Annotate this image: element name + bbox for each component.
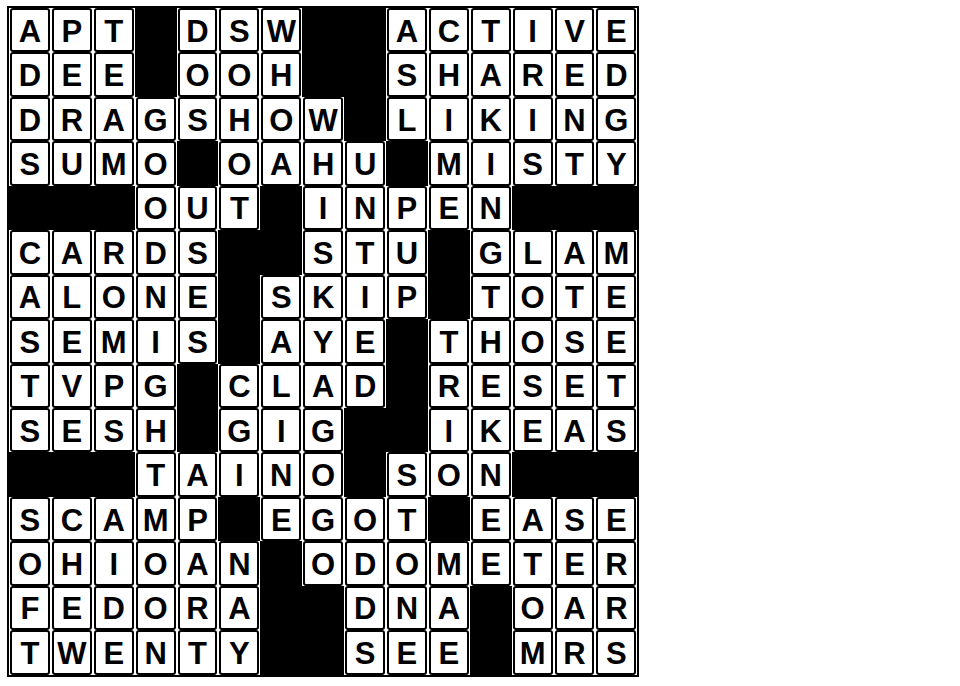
cell-r14c4[interactable]: O [136,586,176,630]
cell-r2c6[interactable]: O [219,52,259,96]
cell-letter: A [103,504,125,535]
cell-r5c6[interactable]: T [219,186,259,230]
block-r5c1 [9,186,51,230]
cell-r1c11[interactable]: C [429,8,469,52]
cell-r11c4[interactable]: T [136,452,176,496]
cell-r3c3[interactable]: A [94,97,134,141]
cell-letter: N [354,193,376,224]
cell-r10c15[interactable]: S [596,408,636,452]
cell-r9c1[interactable]: T [10,364,50,408]
cell-r4c7[interactable]: A [261,141,301,185]
cell-r4c1[interactable]: S [10,141,50,185]
cell-letter: P [397,193,418,224]
cell-r13c9[interactable]: D [345,541,385,585]
cell-r15c5[interactable]: T [178,630,218,674]
cell-letter: P [187,504,208,535]
cell-letter: U [61,149,83,180]
cell-r9c12[interactable]: E [471,364,511,408]
cell-r4c3[interactable]: M [94,141,134,185]
cell-letter: N [480,193,502,224]
cell-r2c15[interactable]: D [596,52,636,96]
cell-r5c10[interactable]: P [387,186,427,230]
cell-r2c3[interactable]: E [94,52,134,96]
cell-letter: A [563,237,585,268]
cell-r9c6[interactable]: C [219,364,259,408]
cell-letter: I [486,149,495,180]
cell-r3c6[interactable]: H [219,97,259,141]
cell-r12c4[interactable]: M [136,497,176,541]
cell-r14c14[interactable]: A [555,586,595,630]
cell-letter: W [309,104,338,135]
cell-r8c3[interactable]: M [94,319,134,363]
cell-r1c7[interactable]: W [261,8,301,52]
cell-r13c3[interactable]: I [94,541,134,585]
block-r10c9 [344,408,386,452]
cell-letter: I [235,460,244,491]
cell-r10c13[interactable]: E [513,408,553,452]
cell-letter: C [61,504,83,535]
cell-letter: E [564,371,585,402]
cell-letter: K [480,104,502,135]
cell-letter: M [604,237,630,268]
cell-r3c8[interactable]: W [303,97,343,141]
cell-r8c11[interactable]: T [429,319,469,363]
cell-r8c4[interactable]: I [136,319,176,363]
cell-r9c9[interactable]: D [345,364,385,408]
cell-r1c6[interactable]: S [219,8,259,52]
cell-r8c14[interactable]: S [555,319,595,363]
cell-r15c2[interactable]: W [52,630,92,674]
block-r6c7 [260,230,302,274]
cell-r7c7[interactable]: S [261,275,301,319]
block-r7c6 [218,275,260,319]
cell-r7c14[interactable]: T [555,275,595,319]
cell-letter: I [151,326,160,357]
cell-letter: S [355,637,376,668]
cell-r12c5[interactable]: P [178,497,218,541]
cell-r2c14[interactable]: E [555,52,595,96]
cell-r10c7[interactable]: I [261,408,301,452]
cell-letter: N [563,104,585,135]
cell-letter: A [103,104,125,135]
cell-r4c4[interactable]: O [136,141,176,185]
cell-r8c15[interactable]: E [596,319,636,363]
cell-letter: S [103,415,124,446]
cell-letter: G [311,504,335,535]
cell-r7c13[interactable]: O [513,275,553,319]
cell-letter: H [312,149,334,180]
cell-r10c1[interactable]: S [10,408,50,452]
cell-r11c7[interactable]: N [261,452,301,496]
cell-r3c12[interactable]: K [471,97,511,141]
cell-r1c12[interactable]: T [471,8,511,52]
cell-letter: C [19,237,41,268]
cell-r8c1[interactable]: S [10,319,50,363]
block-r11c2 [51,452,93,496]
cell-letter: A [563,415,585,446]
cell-r3c4[interactable]: G [136,97,176,141]
cell-letter: Y [606,149,627,180]
cell-letter: I [528,104,537,135]
cell-r9c4[interactable]: G [136,364,176,408]
cell-letter: A [521,504,543,535]
cell-r4c8[interactable]: H [303,141,343,185]
cell-r13c1[interactable]: O [10,541,50,585]
block-r9c5 [177,364,219,408]
cell-r9c3[interactable]: P [94,364,134,408]
cell-letter: N [228,548,250,579]
cell-letter: O [227,149,251,180]
cell-letter: H [228,104,250,135]
cell-letter: D [103,593,125,624]
cell-r9c11[interactable]: R [429,364,469,408]
cell-r3c1[interactable]: D [10,97,50,141]
cell-r3c10[interactable]: L [387,97,427,141]
cell-letter: L [523,237,542,268]
cell-letter: V [564,15,585,46]
cell-r10c4[interactable]: H [136,408,176,452]
cell-r2c2[interactable]: E [52,52,92,96]
cell-letter: A [186,460,208,491]
cell-r9c15[interactable]: T [596,364,636,408]
block-r7c11 [428,275,470,319]
cell-letter: S [564,504,585,535]
cell-letter: K [312,282,334,313]
cell-letter: O [353,504,377,535]
cell-letter: S [187,104,208,135]
cell-letter: V [61,371,82,402]
cell-letter: A [61,237,83,268]
cell-r3c7[interactable]: O [261,97,301,141]
block-r12c11 [428,497,470,541]
cell-r11c6[interactable]: I [219,452,259,496]
cell-r7c10[interactable]: P [387,275,427,319]
cell-letter: T [356,237,375,268]
cell-r4c12[interactable]: I [471,141,511,185]
cell-r7c9[interactable]: I [345,275,385,319]
cell-letter: O [521,282,545,313]
cell-r13c11[interactable]: M [429,541,469,585]
cell-r6c12[interactable]: G [471,230,511,274]
cell-r1c15[interactable]: E [596,8,636,52]
cell-letter: N [480,460,502,491]
cell-r8c7[interactable]: A [261,319,301,363]
cell-r4c9[interactable]: U [345,141,385,185]
cell-r8c5[interactable]: S [178,319,218,363]
block-r5c2 [51,186,93,230]
cell-letter: H [144,415,166,446]
cell-r6c5[interactable]: S [178,230,218,274]
cell-letter: H [270,60,292,91]
cell-r11c10[interactable]: S [387,452,427,496]
cell-r10c12[interactable]: K [471,408,511,452]
cell-r6c2[interactable]: A [52,230,92,274]
cell-r15c14[interactable]: R [555,630,595,674]
cell-letter: E [187,282,208,313]
cell-letter: G [144,371,168,402]
cell-letter: E [271,504,292,535]
cell-r14c15[interactable]: R [596,586,636,630]
cell-letter: S [20,149,41,180]
cell-r9c2[interactable]: V [52,364,92,408]
cell-letter: M [436,149,462,180]
cell-r14c10[interactable]: N [387,586,427,630]
cell-r3c15[interactable]: G [596,97,636,141]
cell-r6c8[interactable]: S [303,230,343,274]
cell-r13c14[interactable]: E [555,541,595,585]
cell-r10c14[interactable]: A [555,408,595,452]
cell-r9c13[interactable]: S [513,364,553,408]
cell-r1c5[interactable]: D [178,8,218,52]
cell-r13c13[interactable]: T [513,541,553,585]
cell-r1c14[interactable]: V [555,8,595,52]
block-r9c10 [386,364,428,408]
cell-r9c7[interactable]: L [261,364,301,408]
cell-letter: E [480,371,501,402]
cell-r7c8[interactable]: K [303,275,343,319]
cell-letter: S [271,282,292,313]
cell-letter: P [61,15,82,46]
cell-r13c4[interactable]: O [136,541,176,585]
cell-r14c1[interactable]: F [10,586,50,630]
cell-r15c1[interactable]: T [10,630,50,674]
block-r3c9 [344,97,386,141]
cell-letter: S [606,637,627,668]
cell-letter: A [563,593,585,624]
cell-r5c8[interactable]: I [303,186,343,230]
cell-r11c5[interactable]: A [178,452,218,496]
cell-letter: E [522,415,543,446]
block-r1c4 [135,8,177,52]
cell-r4c13[interactable]: S [513,141,553,185]
cell-letter: E [564,60,585,91]
cell-r14c9[interactable]: D [345,586,385,630]
cell-letter: O [269,104,293,135]
cell-letter: R [61,104,83,135]
cell-r4c11[interactable]: M [429,141,469,185]
cell-letter: S [397,460,418,491]
cell-r15c15[interactable]: S [596,630,636,674]
cell-letter: W [57,637,86,668]
cell-letter: S [522,149,543,180]
cell-letter: R [605,548,627,579]
cell-letter: A [228,593,250,624]
cell-letter: E [480,504,501,535]
cell-r2c5[interactable]: O [178,52,218,96]
cell-letter: R [186,593,208,624]
cell-r15c9[interactable]: S [345,630,385,674]
cell-r2c10[interactable]: S [387,52,427,96]
cell-r5c4[interactable]: O [136,186,176,230]
cell-letter: O [144,149,168,180]
cell-letter: A [19,15,41,46]
cell-r1c2[interactable]: P [52,8,92,52]
cell-letter: E [61,593,82,624]
cell-r15c6[interactable]: Y [219,630,259,674]
cell-letter: S [20,504,41,535]
cell-r14c6[interactable]: A [219,586,259,630]
cell-letter: K [480,415,502,446]
cell-r7c1[interactable]: A [10,275,50,319]
cell-r11c8[interactable]: O [303,452,343,496]
cell-r8c8[interactable]: Y [303,319,343,363]
cell-r12c13[interactable]: A [513,497,553,541]
cell-r12c7[interactable]: E [261,497,301,541]
cell-letter: E [564,548,585,579]
cell-r8c13[interactable]: O [513,319,553,363]
cell-letter: I [445,104,454,135]
cell-letter: A [19,282,41,313]
cell-letter: O [311,548,335,579]
cell-r15c4[interactable]: N [136,630,176,674]
cell-r2c7[interactable]: H [261,52,301,96]
block-r1c9 [344,8,386,52]
cell-letter: M [436,548,462,579]
cell-r14c5[interactable]: R [178,586,218,630]
cell-r5c5[interactable]: U [178,186,218,230]
cell-r5c12[interactable]: N [471,186,511,230]
cell-letter: L [272,371,291,402]
cell-r8c2[interactable]: E [52,319,92,363]
cell-r6c15[interactable]: M [596,230,636,274]
cell-r1c10[interactable]: A [387,8,427,52]
cell-letter: G [144,104,168,135]
cell-r11c12[interactable]: N [471,452,511,496]
cell-r7c12[interactable]: T [471,275,511,319]
cell-r10c11[interactable]: I [429,408,469,452]
cell-r14c2[interactable]: E [52,586,92,630]
cell-r2c11[interactable]: H [429,52,469,96]
cell-r3c2[interactable]: R [52,97,92,141]
cell-letter: A [480,60,502,91]
cell-r9c8[interactable]: A [303,364,343,408]
block-r4c5 [177,141,219,185]
cell-letter: T [20,371,39,402]
cell-letter: O [185,60,209,91]
cell-letter: T [397,504,416,535]
cell-r3c13[interactable]: I [513,97,553,141]
cell-r12c12[interactable]: E [471,497,511,541]
cell-r3c14[interactable]: N [555,97,595,141]
cell-r4c15[interactable]: Y [596,141,636,185]
cell-letter: I [528,15,537,46]
cell-r12c8[interactable]: G [303,497,343,541]
cell-r8c12[interactable]: H [471,319,511,363]
cell-r15c11[interactable]: E [429,630,469,674]
cell-r2c13[interactable]: R [513,52,553,96]
cell-r14c13[interactable]: O [513,586,553,630]
cell-r7c5[interactable]: E [178,275,218,319]
cell-r13c10[interactable]: O [387,541,427,585]
block-r1c8 [302,8,344,52]
cell-r4c6[interactable]: O [219,141,259,185]
cell-r2c12[interactable]: A [471,52,511,96]
cell-r14c3[interactable]: D [94,586,134,630]
cell-letter: S [20,326,41,357]
cell-r12c1[interactable]: S [10,497,50,541]
cell-r12c9[interactable]: O [345,497,385,541]
cell-r6c14[interactable]: A [555,230,595,274]
cell-r11c11[interactable]: O [429,452,469,496]
cell-r1c3[interactable]: T [94,8,134,52]
cell-r6c1[interactable]: C [10,230,50,274]
cell-r13c2[interactable]: H [52,541,92,585]
block-r11c9 [344,452,386,496]
block-r15c7 [260,630,302,674]
block-r5c13 [512,186,554,230]
cell-r15c3[interactable]: E [94,630,134,674]
cell-r1c1[interactable]: A [10,8,50,52]
cell-r4c14[interactable]: T [555,141,595,185]
block-r11c3 [93,452,135,496]
cell-r6c10[interactable]: U [387,230,427,274]
cell-letter: O [227,60,251,91]
cell-r6c13[interactable]: L [513,230,553,274]
cell-r7c15[interactable]: E [596,275,636,319]
cell-r6c3[interactable]: R [94,230,134,274]
block-r15c12 [470,630,512,674]
cell-letter: E [103,60,124,91]
block-r12c6 [218,497,260,541]
cell-letter: N [270,460,292,491]
cell-letter: T [565,282,584,313]
cell-letter: T [439,326,458,357]
cell-r6c4[interactable]: D [136,230,176,274]
cell-letter: R [103,237,125,268]
cell-r12c2[interactable]: C [52,497,92,541]
cell-r5c9[interactable]: N [345,186,385,230]
cell-r6c9[interactable]: T [345,230,385,274]
cell-r13c8[interactable]: O [303,541,343,585]
cell-r7c2[interactable]: L [52,275,92,319]
cell-r12c3[interactable]: A [94,497,134,541]
cell-r13c12[interactable]: E [471,541,511,585]
cell-r12c15[interactable]: E [596,497,636,541]
cell-r1c13[interactable]: I [513,8,553,52]
cell-r12c14[interactable]: S [555,497,595,541]
cell-r14c11[interactable]: A [429,586,469,630]
cell-r3c11[interactable]: I [429,97,469,141]
cell-r8c9[interactable]: E [345,319,385,363]
cell-r5c11[interactable]: E [429,186,469,230]
cell-r7c4[interactable]: N [136,275,176,319]
cell-r10c2[interactable]: E [52,408,92,452]
cell-r15c13[interactable]: M [513,630,553,674]
cell-letter: O [395,548,419,579]
cell-r9c14[interactable]: E [555,364,595,408]
cell-letter: T [607,371,626,402]
cell-r12c10[interactable]: T [387,497,427,541]
cell-letter: D [19,60,41,91]
cell-r2c1[interactable]: D [10,52,50,96]
cell-r7c3[interactable]: O [94,275,134,319]
cell-r10c3[interactable]: S [94,408,134,452]
cell-r10c6[interactable]: G [219,408,259,452]
cell-r4c2[interactable]: U [52,141,92,185]
cell-r15c10[interactable]: E [387,630,427,674]
cell-letter: R [521,60,543,91]
cell-letter: R [438,371,460,402]
cell-r10c8[interactable]: G [303,408,343,452]
cell-r13c6[interactable]: N [219,541,259,585]
cell-r13c15[interactable]: R [596,541,636,585]
block-r10c5 [177,408,219,452]
cell-letter: H [480,326,502,357]
cell-r13c5[interactable]: A [178,541,218,585]
cell-r3c5[interactable]: S [178,97,218,141]
cell-letter: E [355,326,376,357]
block-r15c8 [302,630,344,674]
